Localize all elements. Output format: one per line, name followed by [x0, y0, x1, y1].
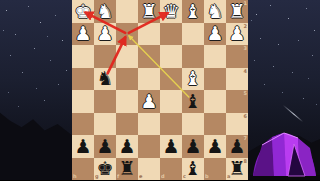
- stars-right: [248, 0, 249, 1]
- square-f6: [116, 113, 138, 136]
- square-f1: [116, 0, 138, 23]
- piece-black-bishop: ♝: [184, 159, 201, 178]
- piece-black-king: ♚: [96, 159, 113, 178]
- piece-white-knight: ♞: [206, 2, 223, 21]
- square-h5: [72, 90, 94, 113]
- square-f8: ♜f: [116, 158, 138, 181]
- file-label: h: [73, 174, 77, 179]
- square-f7: ♟: [116, 135, 138, 158]
- square-b4: [204, 68, 226, 91]
- mountains-left: [0, 100, 72, 180]
- square-a7: ♟7: [226, 135, 248, 158]
- square-g6: [94, 113, 116, 136]
- square-b3: [204, 45, 226, 68]
- square-d6: [160, 113, 182, 136]
- square-b2: ♟: [204, 23, 226, 46]
- square-f4: [116, 68, 138, 91]
- square-f3: [116, 45, 138, 68]
- square-e1: ♜: [138, 0, 160, 23]
- square-f5: [116, 90, 138, 113]
- piece-white-bishop: ♝: [184, 69, 201, 88]
- meteor-streak-icon: [283, 105, 304, 122]
- square-g4: ♞: [94, 68, 116, 91]
- square-c8: ♝c: [182, 158, 204, 181]
- rank-label: 1: [244, 1, 247, 6]
- chess-board: ♚♞♜♛♝♞♜1♟♟♟♟23♞♝4♟♝56♟♟♟♟♟♟♟7h♚g♜fed♝cb♜…: [72, 0, 248, 180]
- square-c6: [182, 113, 204, 136]
- square-g5: [94, 90, 116, 113]
- rank-label: 5: [244, 91, 247, 96]
- piece-black-bishop: ♝: [184, 92, 201, 111]
- piece-white-rook: ♜: [140, 2, 157, 21]
- square-d5: [160, 90, 182, 113]
- square-g2: ♟: [94, 23, 116, 46]
- square-g7: ♟: [94, 135, 116, 158]
- square-c3: [182, 45, 204, 68]
- square-h3: [72, 45, 94, 68]
- square-g8: ♚g: [94, 158, 116, 181]
- square-h4: [72, 68, 94, 91]
- file-label: a: [227, 174, 230, 179]
- rank-label: 2: [244, 24, 247, 29]
- square-d4: [160, 68, 182, 91]
- square-h6: [72, 113, 94, 136]
- piece-black-knight: ♞: [96, 69, 113, 88]
- square-g3: [94, 45, 116, 68]
- piece-white-queen: ♛: [162, 2, 179, 21]
- square-b5: [204, 90, 226, 113]
- piece-black-pawn: ♟: [206, 137, 223, 156]
- square-b8: b: [204, 158, 226, 181]
- square-a6: 6: [226, 113, 248, 136]
- square-d3: [160, 45, 182, 68]
- file-label: e: [139, 174, 142, 179]
- file-label: c: [183, 174, 186, 179]
- square-a5: 5: [226, 90, 248, 113]
- file-label: d: [161, 174, 165, 179]
- piece-white-pawn: ♟: [96, 24, 113, 43]
- square-f2: [116, 23, 138, 46]
- square-c5: ♝: [182, 90, 204, 113]
- square-e2: [138, 23, 160, 46]
- rank-label: 7: [244, 136, 247, 141]
- rank-label: 8: [244, 159, 247, 164]
- scene: ♚♞♜♛♝♞♜1♟♟♟♟23♞♝4♟♝56♟♟♟♟♟♟♟7h♚g♜fed♝cb♜…: [0, 0, 320, 180]
- rank-label: 3: [244, 46, 247, 51]
- square-e7: [138, 135, 160, 158]
- square-d2: [160, 23, 182, 46]
- square-a4: 4: [226, 68, 248, 91]
- piece-white-pawn: ♟: [206, 24, 223, 43]
- square-c4: ♝: [182, 68, 204, 91]
- square-a2: ♟2: [226, 23, 248, 46]
- file-label: f: [117, 174, 119, 179]
- square-a1: ♜1: [226, 0, 248, 23]
- square-b1: ♞: [204, 0, 226, 23]
- square-b7: ♟: [204, 135, 226, 158]
- stars-left: [0, 0, 1, 1]
- square-c7: ♟: [182, 135, 204, 158]
- piece-black-pawn: ♟: [118, 137, 135, 156]
- piece-white-pawn: ♟: [140, 92, 157, 111]
- square-d8: d: [160, 158, 182, 181]
- square-h8: h: [72, 158, 94, 181]
- square-e6: [138, 113, 160, 136]
- square-e8: e: [138, 158, 160, 181]
- square-e5: ♟: [138, 90, 160, 113]
- square-e3: [138, 45, 160, 68]
- piece-white-bishop: ♝: [184, 2, 201, 21]
- piece-black-pawn: ♟: [74, 137, 91, 156]
- file-label: g: [95, 174, 99, 179]
- square-h7: ♟: [72, 135, 94, 158]
- file-label: b: [205, 174, 209, 179]
- piece-black-pawn: ♟: [184, 137, 201, 156]
- square-e4: [138, 68, 160, 91]
- square-c1: ♝: [182, 0, 204, 23]
- square-d7: ♟: [160, 135, 182, 158]
- square-b6: [204, 113, 226, 136]
- piece-black-pawn: ♟: [162, 137, 179, 156]
- square-h2: ♟: [72, 23, 94, 46]
- rank-label: 4: [244, 69, 247, 74]
- rank-label: 6: [244, 114, 247, 119]
- piece-white-king: ♚: [74, 2, 91, 21]
- square-d1: ♛: [160, 0, 182, 23]
- piece-white-knight: ♞: [96, 2, 113, 21]
- piece-black-rook: ♜: [118, 159, 135, 178]
- tent-icon: [250, 128, 320, 180]
- square-g1: ♞: [94, 0, 116, 23]
- square-c2: [182, 23, 204, 46]
- square-a8: ♜8a: [226, 158, 248, 181]
- piece-black-pawn: ♟: [96, 137, 113, 156]
- square-a3: 3: [226, 45, 248, 68]
- piece-white-pawn: ♟: [74, 24, 91, 43]
- square-h1: ♚: [72, 0, 94, 23]
